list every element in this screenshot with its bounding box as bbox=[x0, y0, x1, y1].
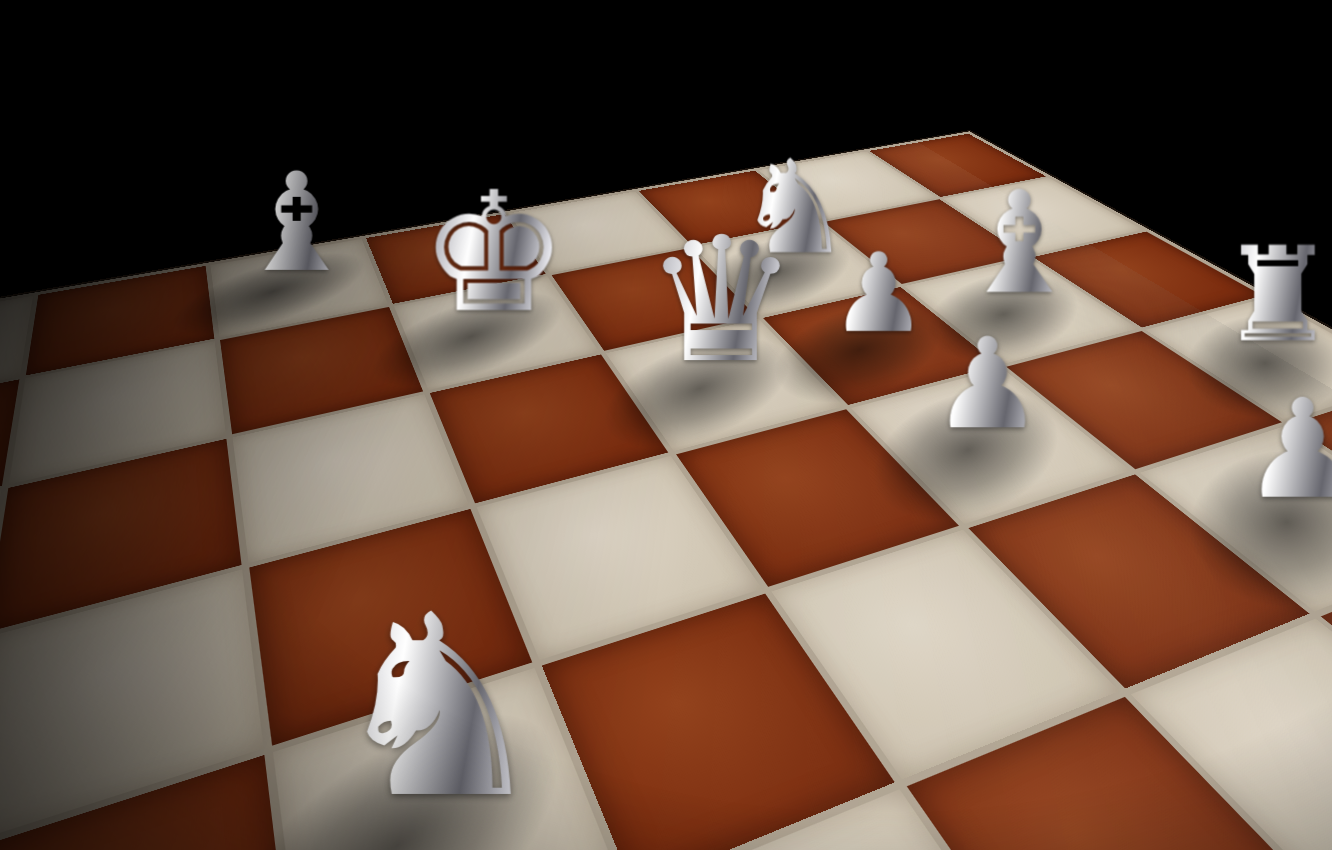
knight-icon: ♞ bbox=[239, 582, 640, 833]
queen-icon: ♛ bbox=[598, 214, 845, 387]
rook-icon: ♜ bbox=[1159, 231, 1332, 362]
king-icon: ♚ bbox=[379, 169, 608, 335]
pawn-icon: ♟ bbox=[854, 321, 1122, 446]
chess-scene: ♝♚♞♛♟♝♟♜♜♞♟ bbox=[0, 0, 1332, 850]
chessboard: ♝♚♞♛♟♝♟♜♜♞♟ bbox=[0, 0, 1332, 850]
square-c4[interactable]: ♞ bbox=[273, 667, 625, 850]
bishop-icon: ♝ bbox=[190, 155, 404, 291]
pawn-icon: ♟ bbox=[1156, 381, 1332, 518]
